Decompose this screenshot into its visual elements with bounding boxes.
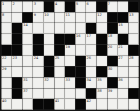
white-cell-r4c9[interactable]: 17: [86, 34, 96, 44]
white-cell-r4c5[interactable]: [44, 34, 54, 44]
white-cell-r10c7[interactable]: [65, 99, 75, 109]
white-cell-r6c10[interactable]: [97, 56, 107, 66]
white-cell-r9c12[interactable]: [118, 88, 128, 98]
clue-number: 3: [34, 2, 36, 6]
white-cell-r4c8[interactable]: 16: [76, 34, 86, 44]
clue-number: 2: [13, 2, 15, 6]
clue-number: 18: [108, 34, 112, 38]
white-cell-r2c13[interactable]: 13: [128, 12, 138, 22]
white-cell-r10c10[interactable]: [97, 99, 107, 109]
white-cell-r2c10[interactable]: 12: [97, 12, 107, 22]
white-cell-r1c8[interactable]: 5: [76, 2, 86, 12]
white-cell-r1c11[interactable]: 7: [107, 2, 117, 12]
white-cell-r2c2[interactable]: [12, 12, 22, 22]
black-cell-r4c4: [33, 34, 43, 44]
white-cell-r2c9[interactable]: [86, 12, 96, 22]
white-cell-r8c4[interactable]: [33, 77, 43, 87]
white-cell-r8c1[interactable]: [2, 77, 12, 87]
white-cell-r5c3[interactable]: [23, 45, 33, 55]
white-cell-r6c7[interactable]: [65, 56, 75, 66]
clue-number: 36: [118, 77, 122, 81]
clue-number: 24: [34, 56, 38, 60]
clue-number: 10: [44, 12, 48, 16]
white-cell-r6c13[interactable]: 28: [128, 56, 138, 66]
white-cell-r9c5[interactable]: [44, 88, 54, 98]
white-cell-r8c7[interactable]: 33: [65, 77, 75, 87]
clue-number: 37: [23, 88, 27, 92]
clue-number: 19: [65, 45, 69, 49]
white-cell-r6c3[interactable]: [23, 56, 33, 66]
clue-number: 34: [87, 77, 91, 81]
clue-number: 30: [108, 67, 112, 71]
clue-number: 29: [2, 67, 6, 71]
black-cell-r8c2: [12, 77, 22, 87]
black-cell-r4c10: [97, 34, 107, 44]
clue-number: 39: [108, 88, 112, 92]
black-cell-r1c7: [65, 2, 75, 12]
white-cell-r10c12[interactable]: [118, 99, 128, 109]
black-cell-r2c12: [118, 12, 128, 22]
clue-number: 14: [23, 23, 27, 27]
white-cell-r1c9[interactable]: 6: [86, 2, 96, 12]
white-cell-r1c4[interactable]: 3: [33, 2, 43, 12]
white-cell-r8c3[interactable]: 31: [23, 77, 33, 87]
white-cell-r5c9[interactable]: [86, 45, 96, 55]
black-cell-r2c3: [23, 12, 33, 22]
black-cell-r2c11: [107, 12, 117, 22]
clue-number: 11: [65, 12, 69, 16]
clue-number: 35: [97, 77, 101, 81]
white-cell-r4c3[interactable]: [23, 34, 33, 44]
white-cell-r1c1[interactable]: 1: [2, 2, 12, 12]
white-cell-r5c7[interactable]: 19: [65, 45, 75, 55]
clue-number: 28: [129, 56, 133, 60]
clue-number: 20: [108, 45, 112, 49]
white-cell-r3c10[interactable]: [97, 23, 107, 33]
white-cell-r5c5[interactable]: [44, 45, 54, 55]
white-cell-r5c11[interactable]: 20: [107, 45, 117, 55]
black-cell-r10c5: [44, 99, 54, 109]
white-cell-r4c11[interactable]: 18: [107, 34, 117, 44]
white-cell-r2c8[interactable]: [76, 12, 86, 22]
white-cell-r8c10[interactable]: 35: [97, 77, 107, 87]
black-cell-r4c7: [65, 34, 75, 44]
crossword-board: 1234567891011121314151617181920212223242…: [0, 0, 140, 111]
black-cell-r9c9: [86, 88, 96, 98]
clue-number: 40: [2, 99, 6, 103]
clue-number: 33: [65, 77, 69, 81]
black-cell-r5c6: [54, 45, 64, 55]
black-cell-r8c11: [107, 77, 117, 87]
black-cell-r7c5: [44, 67, 54, 77]
clue-number: 5: [76, 2, 78, 6]
white-cell-r8c13[interactable]: [128, 77, 138, 87]
black-cell-r4c6: [54, 34, 64, 44]
clue-number: 15: [118, 23, 122, 27]
black-cell-r5c10: [97, 45, 107, 55]
white-cell-r10c2[interactable]: [12, 99, 22, 109]
white-cell-r8c12[interactable]: 36: [118, 77, 128, 87]
white-cell-r7c4[interactable]: [33, 67, 43, 77]
black-cell-r8c8: [76, 77, 86, 87]
white-cell-r7c11[interactable]: 30: [107, 67, 117, 77]
white-cell-r6c6[interactable]: 25: [54, 56, 64, 66]
white-cell-r3c12[interactable]: 15: [118, 23, 128, 33]
white-cell-r1c6[interactable]: 4: [54, 2, 64, 12]
white-cell-r9c3[interactable]: 37: [23, 88, 33, 98]
white-cell-r6c4[interactable]: 24: [33, 56, 43, 66]
white-cell-r8c6[interactable]: [54, 77, 64, 87]
black-cell-r1c10: [97, 2, 107, 12]
clue-number: 26: [87, 56, 91, 60]
white-cell-r5c12[interactable]: 21: [118, 45, 128, 55]
white-cell-r2c4[interactable]: 9: [33, 12, 43, 22]
white-cell-r10c9[interactable]: 42: [86, 99, 96, 109]
crossword-screenshot: 1234567891011121314151617181920212223242…: [0, 0, 140, 111]
black-cell-r3c2: [12, 23, 22, 33]
white-cell-r7c3[interactable]: [23, 67, 33, 77]
white-cell-r4c1[interactable]: [2, 34, 12, 44]
white-cell-r8c5[interactable]: 32: [44, 77, 54, 87]
black-cell-r5c4: [33, 45, 43, 55]
clue-number: 4: [55, 2, 57, 6]
white-cell-r8c9[interactable]: 34: [86, 77, 96, 87]
white-cell-r2c6[interactable]: [54, 12, 64, 22]
clue-number: 7: [108, 2, 110, 6]
black-cell-r6c8: [76, 56, 86, 66]
white-cell-r9c6[interactable]: [54, 88, 64, 98]
black-cell-r5c2: [12, 45, 22, 55]
white-cell-r6c2[interactable]: 23: [12, 56, 22, 66]
clue-number: 12: [97, 12, 101, 16]
clue-number: 31: [23, 77, 27, 81]
clue-number: 6: [87, 2, 89, 6]
black-cell-r3c9: [86, 23, 96, 33]
white-cell-r3c4[interactable]: [33, 23, 43, 33]
white-cell-r5c8[interactable]: [76, 45, 86, 55]
white-cell-r9c10[interactable]: 38: [97, 88, 107, 98]
white-cell-r9c11[interactable]: 39: [107, 88, 117, 98]
clue-number: 16: [76, 34, 80, 38]
white-cell-r10c6[interactable]: 41: [54, 99, 64, 109]
white-cell-r3c6[interactable]: [54, 23, 64, 33]
white-cell-r7c6[interactable]: [54, 67, 64, 77]
white-cell-r1c3[interactable]: [23, 2, 33, 12]
clue-number: 8: [2, 12, 4, 16]
black-cell-r9c2: [12, 88, 22, 98]
clue-number: 42: [87, 99, 91, 103]
white-cell-r4c13[interactable]: [128, 34, 138, 44]
white-cell-r10c1[interactable]: 40: [2, 99, 12, 109]
white-cell-r6c1[interactable]: 22: [2, 56, 12, 66]
clue-number: 23: [13, 56, 17, 60]
black-cell-r9c13: [128, 88, 138, 98]
clue-number: 9: [34, 12, 36, 16]
clue-number: 13: [129, 12, 133, 16]
white-cell-r7c12[interactable]: [118, 67, 128, 77]
white-cell-r1c12[interactable]: [118, 2, 128, 12]
white-cell-r3c7[interactable]: [65, 23, 75, 33]
white-cell-r3c8[interactable]: [76, 23, 86, 33]
black-cell-r3c11: [107, 23, 117, 33]
black-cell-r6c11: [107, 56, 117, 66]
white-cell-r3c13[interactable]: [128, 23, 138, 33]
black-cell-r7c10: [97, 67, 107, 77]
white-cell-r10c3[interactable]: [23, 99, 33, 109]
white-cell-r7c9[interactable]: [86, 67, 96, 77]
white-cell-r3c1[interactable]: [2, 23, 12, 33]
black-cell-r4c12: [118, 34, 128, 44]
white-cell-r3c5[interactable]: [44, 23, 54, 33]
white-cell-r1c2[interactable]: 2: [12, 2, 22, 12]
white-cell-r6c12[interactable]: 27: [118, 56, 128, 66]
white-cell-r9c1[interactable]: [2, 88, 12, 98]
white-cell-r10c11[interactable]: [107, 99, 117, 109]
clue-number: 1: [2, 2, 4, 6]
white-cell-r10c13[interactable]: [128, 99, 138, 109]
clue-number: 21: [118, 45, 122, 49]
clue-number: 41: [55, 99, 59, 103]
black-cell-r6c5: [44, 56, 54, 66]
white-cell-r7c13[interactable]: [128, 67, 138, 77]
white-cell-r2c7[interactable]: 11: [65, 12, 75, 22]
clue-number: 22: [2, 56, 6, 60]
black-cell-r1c5: [44, 2, 54, 12]
black-cell-r5c1: [2, 45, 12, 55]
white-cell-r2c5[interactable]: 10: [44, 12, 54, 22]
black-cell-r1c13: [128, 2, 138, 12]
black-cell-r5c13: [128, 45, 138, 55]
white-cell-r7c2[interactable]: [12, 67, 22, 77]
black-cell-r10c4: [33, 99, 43, 109]
white-cell-r9c7[interactable]: [65, 88, 75, 98]
clue-number: 17: [87, 34, 91, 38]
black-cell-r7c8: [76, 67, 86, 77]
white-cell-r2c1[interactable]: 8: [2, 12, 12, 22]
black-cell-r10c8: [76, 99, 86, 109]
white-cell-r9c8[interactable]: [76, 88, 86, 98]
clue-number: 25: [55, 56, 59, 60]
clue-number: 38: [97, 88, 101, 92]
white-cell-r6c9[interactable]: 26: [86, 56, 96, 66]
white-cell-r7c1[interactable]: 29: [2, 67, 12, 77]
white-cell-r9c4[interactable]: [33, 88, 43, 98]
white-cell-r3c3[interactable]: 14: [23, 23, 33, 33]
clue-number: 27: [118, 56, 122, 60]
clue-number: 32: [44, 77, 48, 81]
black-cell-r4c2: [12, 34, 22, 44]
black-cell-r7c7: [65, 67, 75, 77]
